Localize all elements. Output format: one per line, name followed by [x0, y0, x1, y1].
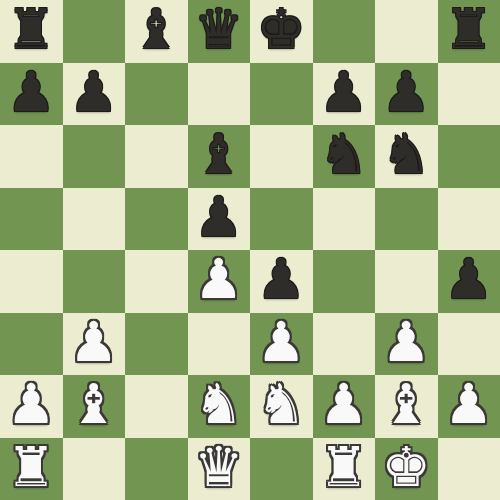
white-bishop-g2[interactable]: ♝	[382, 375, 431, 435]
square-e6[interactable]	[250, 125, 313, 188]
square-e2[interactable]: ♞	[250, 375, 313, 438]
black-pawn-f7[interactable]: ♟	[319, 63, 368, 123]
square-e4[interactable]: ♟	[250, 250, 313, 313]
square-c5[interactable]	[125, 188, 188, 251]
square-d6[interactable]: ♝	[188, 125, 251, 188]
square-h2[interactable]: ♟	[438, 375, 500, 438]
square-f4[interactable]	[313, 250, 376, 313]
square-e1[interactable]	[250, 438, 313, 500]
square-c4[interactable]	[125, 250, 188, 313]
black-knight-f6[interactable]: ♞	[319, 125, 368, 185]
square-a6[interactable]	[0, 125, 63, 188]
white-pawn-g3[interactable]: ♟	[382, 313, 431, 373]
square-a5[interactable]	[0, 188, 63, 251]
square-f3[interactable]	[313, 313, 376, 376]
square-e3[interactable]: ♟	[250, 313, 313, 376]
square-d5[interactable]: ♟	[188, 188, 251, 251]
square-a3[interactable]	[0, 313, 63, 376]
white-pawn-h2[interactable]: ♟	[444, 375, 493, 435]
square-b4[interactable]	[63, 250, 126, 313]
white-pawn-f2[interactable]: ♟	[319, 375, 368, 435]
black-knight-g6[interactable]: ♞	[382, 125, 431, 185]
square-f5[interactable]	[313, 188, 376, 251]
square-g2[interactable]: ♝	[375, 375, 438, 438]
white-pawn-e3[interactable]: ♟	[257, 313, 306, 373]
square-a8[interactable]: ♜	[0, 0, 63, 63]
square-g1[interactable]: ♚	[375, 438, 438, 500]
white-knight-e2[interactable]: ♞	[257, 375, 306, 435]
square-b7[interactable]: ♟	[63, 63, 126, 126]
square-e7[interactable]	[250, 63, 313, 126]
black-pawn-h4[interactable]: ♟	[444, 250, 493, 310]
white-queen-d1[interactable]: ♛	[194, 438, 243, 498]
square-c3[interactable]	[125, 313, 188, 376]
square-e5[interactable]	[250, 188, 313, 251]
white-knight-d2[interactable]: ♞	[194, 375, 243, 435]
white-pawn-a2[interactable]: ♟	[7, 375, 56, 435]
white-pawn-b3[interactable]: ♟	[69, 313, 118, 373]
square-f1[interactable]: ♜	[313, 438, 376, 500]
white-rook-f1[interactable]: ♜	[319, 438, 368, 498]
black-bishop-c8[interactable]: ♝	[132, 0, 181, 60]
square-h7[interactable]	[438, 63, 500, 126]
square-f6[interactable]: ♞	[313, 125, 376, 188]
square-g7[interactable]: ♟	[375, 63, 438, 126]
square-f7[interactable]: ♟	[313, 63, 376, 126]
square-d8[interactable]: ♛	[188, 0, 251, 63]
square-c8[interactable]: ♝	[125, 0, 188, 63]
square-h8[interactable]: ♜	[438, 0, 500, 63]
black-king-e8[interactable]: ♚	[257, 0, 306, 60]
square-d7[interactable]	[188, 63, 251, 126]
black-pawn-d5[interactable]: ♟	[194, 188, 243, 248]
white-king-g1[interactable]: ♚	[382, 438, 431, 498]
square-c6[interactable]	[125, 125, 188, 188]
black-pawn-g7[interactable]: ♟	[382, 63, 431, 123]
square-d1[interactable]: ♛	[188, 438, 251, 500]
black-pawn-a7[interactable]: ♟	[7, 63, 56, 123]
square-b2[interactable]: ♝	[63, 375, 126, 438]
square-e8[interactable]: ♚	[250, 0, 313, 63]
square-g6[interactable]: ♞	[375, 125, 438, 188]
black-pawn-b7[interactable]: ♟	[69, 63, 118, 123]
square-d2[interactable]: ♞	[188, 375, 251, 438]
black-rook-h8[interactable]: ♜	[444, 0, 493, 60]
square-a7[interactable]: ♟	[0, 63, 63, 126]
white-rook-a1[interactable]: ♜	[7, 438, 56, 498]
black-pawn-e4[interactable]: ♟	[257, 250, 306, 310]
square-a1[interactable]: ♜	[0, 438, 63, 500]
square-b5[interactable]	[63, 188, 126, 251]
square-c1[interactable]	[125, 438, 188, 500]
black-queen-d8[interactable]: ♛	[194, 0, 243, 60]
square-f2[interactable]: ♟	[313, 375, 376, 438]
square-d3[interactable]	[188, 313, 251, 376]
black-rook-a8[interactable]: ♜	[7, 0, 56, 60]
white-bishop-b2[interactable]: ♝	[69, 375, 118, 435]
square-g5[interactable]	[375, 188, 438, 251]
white-pawn-d4[interactable]: ♟	[194, 250, 243, 310]
square-a2[interactable]: ♟	[0, 375, 63, 438]
square-b1[interactable]	[63, 438, 126, 500]
square-f8[interactable]	[313, 0, 376, 63]
square-c7[interactable]	[125, 63, 188, 126]
chess-board: ♜♝♛♚♜♟♟♟♟♝♞♞♟♟♟♟♟♟♟♟♝♞♞♟♝♟♜♛♜♚	[0, 0, 500, 500]
square-h1[interactable]	[438, 438, 500, 500]
square-h4[interactable]: ♟	[438, 250, 500, 313]
square-h5[interactable]	[438, 188, 500, 251]
square-a4[interactable]	[0, 250, 63, 313]
black-bishop-d6[interactable]: ♝	[194, 125, 243, 185]
square-c2[interactable]	[125, 375, 188, 438]
square-b6[interactable]	[63, 125, 126, 188]
square-g4[interactable]	[375, 250, 438, 313]
square-h6[interactable]	[438, 125, 500, 188]
square-d4[interactable]: ♟	[188, 250, 251, 313]
square-g3[interactable]: ♟	[375, 313, 438, 376]
square-g8[interactable]	[375, 0, 438, 63]
square-b3[interactable]: ♟	[63, 313, 126, 376]
square-b8[interactable]	[63, 0, 126, 63]
square-h3[interactable]	[438, 313, 500, 376]
